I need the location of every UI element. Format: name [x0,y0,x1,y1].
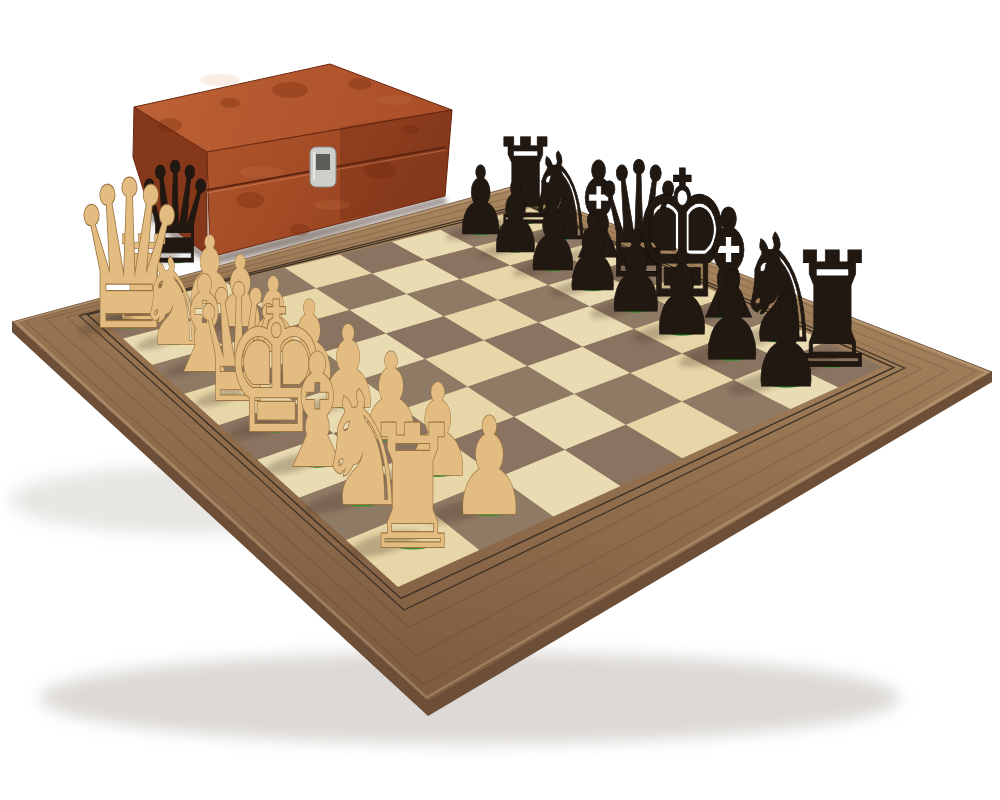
scene: ♜♟♞♟♝♛♟♛♟♚♟♟♝♜♟♛♟♞♞♟♟♜♝♟♟♛♟♚♟♝♟♞♟♜ [0,0,1000,800]
piece-white-rook-h1: ♜ [347,389,463,587]
piece-white-rook-h1-glyph: ♜ [363,389,462,587]
piece-black-pawn-h7-glyph: ♟ [749,266,824,417]
box-clasp [310,147,336,187]
chess-set-product-photo: ♜♟♞♟♝♛♟♛♟♚♟♟♝♜♟♛♟♞♞♟♟♜♝♟♟♛♟♚♟♝♟♞♟♜ [0,0,1000,800]
board-photo-svg: ♜♟♞♟♝♛♟♛♟♚♟♟♝♜♟♛♟♞♞♟♟♜♝♟♟♛♟♚♟♝♟♞♟♜ [0,0,1000,800]
